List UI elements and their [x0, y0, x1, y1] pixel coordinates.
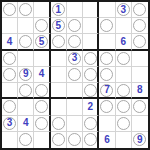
- cell-r8c6[interactable]: [83, 116, 99, 132]
- cell-r7c5[interactable]: [67, 99, 83, 115]
- given-digit: 5: [34, 34, 48, 48]
- odd-cell-circle-icon: [35, 84, 48, 97]
- cell-r1c2[interactable]: [18, 2, 34, 18]
- cell-r5c4[interactable]: [51, 67, 67, 83]
- cell-r4c8[interactable]: [116, 51, 132, 67]
- sudoku-board: 1354563947823469: [0, 0, 150, 150]
- odd-cell-circle-icon: [52, 35, 65, 48]
- given-digit: 3: [67, 51, 82, 66]
- odd-cell-circle-icon: [84, 52, 97, 65]
- given-digit: 2: [83, 99, 97, 114]
- cell-r8c9[interactable]: [132, 116, 148, 132]
- odd-cell-circle-icon: [100, 100, 113, 113]
- cell-r6c3[interactable]: [34, 83, 50, 99]
- cell-r4c6[interactable]: [83, 51, 99, 67]
- cell-r2c4[interactable]: 5: [51, 18, 67, 34]
- odd-cell-circle-icon: [19, 84, 32, 97]
- cell-r3c5[interactable]: [67, 34, 83, 50]
- cell-r2c7[interactable]: [99, 18, 115, 34]
- cell-r5c8[interactable]: [116, 67, 132, 83]
- cell-r1c7[interactable]: [99, 2, 115, 18]
- odd-cell-circle-icon: [117, 117, 130, 130]
- cell-r2c6[interactable]: [83, 18, 99, 34]
- cell-r5c6[interactable]: [83, 67, 99, 83]
- cell-r1c4[interactable]: 1: [51, 2, 67, 18]
- odd-cell-circle-icon: [68, 133, 81, 146]
- cell-r3c3[interactable]: 5: [34, 34, 50, 50]
- odd-cell-circle-icon: [3, 68, 16, 81]
- odd-cell-circle-icon: [133, 100, 146, 113]
- cell-r3c8[interactable]: 6: [116, 34, 132, 50]
- cell-r8c4[interactable]: [51, 116, 67, 132]
- cell-r9c8[interactable]: [116, 132, 132, 148]
- cell-r9c4[interactable]: [51, 132, 67, 148]
- odd-cell-circle-icon: [117, 84, 130, 97]
- cell-r8c7[interactable]: [99, 116, 115, 132]
- cell-r1c1[interactable]: [2, 2, 18, 18]
- cell-r1c9[interactable]: [132, 2, 148, 18]
- cell-r1c5[interactable]: [67, 2, 83, 18]
- odd-cell-circle-icon: [84, 68, 97, 81]
- cell-r7c9[interactable]: [132, 99, 148, 115]
- cell-r6c6[interactable]: [83, 83, 99, 99]
- odd-cell-circle-icon: [52, 117, 65, 130]
- cell-r6c1[interactable]: [2, 83, 18, 99]
- cell-r1c8[interactable]: 3: [116, 2, 132, 18]
- given-digit: 9: [18, 67, 33, 82]
- given-digit: 6: [99, 132, 114, 148]
- odd-cell-circle-icon: [84, 133, 97, 146]
- cell-r7c1[interactable]: [2, 99, 18, 115]
- odd-cell-circle-icon: [52, 133, 65, 146]
- cell-r5c9[interactable]: [132, 67, 148, 83]
- cell-r2c8[interactable]: [116, 18, 132, 34]
- cell-r4c9[interactable]: [132, 51, 148, 67]
- cell-r9c6[interactable]: [83, 132, 99, 148]
- cell-r7c6[interactable]: 2: [83, 99, 99, 115]
- cell-r6c2[interactable]: [18, 83, 34, 99]
- cell-r9c7[interactable]: 6: [99, 132, 115, 148]
- cell-r2c2[interactable]: [18, 18, 34, 34]
- given-digit: 4: [2, 34, 17, 48]
- odd-cell-circle-icon: [3, 3, 16, 16]
- cell-r8c8[interactable]: [116, 116, 132, 132]
- cell-r3c9[interactable]: [132, 34, 148, 50]
- odd-cell-circle-icon: [68, 19, 81, 32]
- cell-r6c7[interactable]: 7: [99, 83, 115, 99]
- cell-r2c9[interactable]: [132, 18, 148, 34]
- cell-r5c2[interactable]: 9: [18, 67, 34, 83]
- cell-r9c1[interactable]: [2, 132, 18, 148]
- odd-cell-circle-icon: [19, 35, 32, 48]
- cell-r2c1[interactable]: [2, 18, 18, 34]
- cell-r4c5[interactable]: 3: [67, 51, 83, 67]
- cell-r3c1[interactable]: 4: [2, 34, 18, 50]
- cell-r8c1[interactable]: 3: [2, 116, 18, 132]
- cell-r3c4[interactable]: [51, 34, 67, 50]
- cell-r5c3[interactable]: 4: [34, 67, 50, 83]
- odd-cell-circle-icon: [84, 117, 97, 130]
- cell-r1c3[interactable]: [34, 2, 50, 18]
- cell-r7c2[interactable]: [18, 99, 34, 115]
- cell-r9c9[interactable]: 9: [132, 132, 148, 148]
- cell-r5c7[interactable]: [99, 67, 115, 83]
- given-digit: 3: [116, 2, 131, 17]
- cell-r7c7[interactable]: [99, 99, 115, 115]
- given-digit: 5: [51, 18, 66, 33]
- odd-cell-circle-icon: [100, 52, 113, 65]
- odd-cell-circle-icon: [3, 52, 16, 65]
- given-digit: 4: [18, 116, 33, 131]
- given-digit: 6: [116, 34, 131, 48]
- given-digit: 9: [132, 132, 148, 148]
- cell-r4c3[interactable]: [34, 51, 50, 67]
- odd-cell-circle-icon: [133, 19, 146, 32]
- odd-cell-circle-icon: [35, 117, 48, 130]
- cell-r2c3[interactable]: [34, 18, 50, 34]
- odd-cell-circle-icon: [19, 133, 32, 146]
- cell-r3c7[interactable]: [99, 34, 115, 50]
- odd-cell-circle-icon: [3, 100, 16, 113]
- odd-cell-circle-icon: [117, 52, 130, 65]
- odd-cell-circle-icon: [117, 100, 130, 113]
- cell-r6c9[interactable]: 8: [132, 83, 148, 99]
- given-digit: 4: [34, 67, 48, 82]
- odd-cell-circle-icon: [133, 3, 146, 16]
- given-digit: 7: [99, 83, 114, 97]
- cell-r4c1[interactable]: [2, 51, 18, 67]
- cell-r5c5[interactable]: [67, 67, 83, 83]
- cell-r6c5[interactable]: [67, 83, 83, 99]
- odd-cell-circle-icon: [19, 3, 32, 16]
- cell-r1c6[interactable]: [83, 2, 99, 18]
- odd-cell-circle-icon: [133, 35, 146, 48]
- given-digit: 3: [2, 116, 17, 131]
- odd-cell-circle-icon: [100, 68, 113, 81]
- cell-r9c5[interactable]: [67, 132, 83, 148]
- cell-r9c3[interactable]: [34, 132, 50, 148]
- cell-r6c4[interactable]: [51, 83, 67, 99]
- cell-r8c3[interactable]: [34, 116, 50, 132]
- odd-cell-circle-icon: [35, 19, 48, 32]
- cell-r4c4[interactable]: [51, 51, 67, 67]
- cell-r7c3[interactable]: [34, 99, 50, 115]
- cell-r7c8[interactable]: [116, 99, 132, 115]
- cell-r6c8[interactable]: [116, 83, 132, 99]
- cell-r4c2[interactable]: [18, 51, 34, 67]
- cell-r7c4[interactable]: [51, 99, 67, 115]
- given-digit: 1: [51, 2, 66, 17]
- cell-r9c2[interactable]: [18, 132, 34, 148]
- cell-r3c6[interactable]: [83, 34, 99, 50]
- odd-cell-circle-icon: [100, 19, 113, 32]
- cell-r2c5[interactable]: [67, 18, 83, 34]
- odd-cell-circle-icon: [84, 84, 97, 97]
- cell-r4c7[interactable]: [99, 51, 115, 67]
- odd-cell-circle-icon: [68, 68, 81, 81]
- odd-cell-circle-icon: [35, 100, 48, 113]
- cell-r5c1[interactable]: [2, 67, 18, 83]
- odd-cell-circle-icon: [68, 35, 81, 48]
- cell-r8c5[interactable]: [67, 116, 83, 132]
- cell-r3c2[interactable]: [18, 34, 34, 50]
- cell-r8c2[interactable]: 4: [18, 116, 34, 132]
- given-digit: 8: [132, 83, 148, 97]
